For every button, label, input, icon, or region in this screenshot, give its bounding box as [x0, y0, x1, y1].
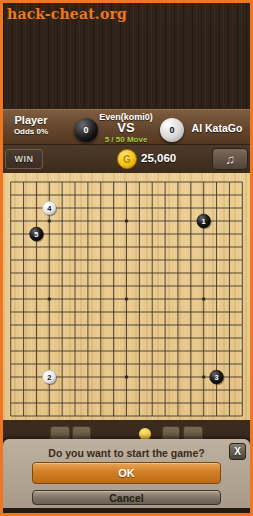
go-board[interactable]: 12345	[3, 173, 250, 420]
svg-text:3: 3	[214, 373, 218, 382]
match-info-bar: Player Odds 0% 0 Even(komi0) VS 5 / 50 M…	[3, 109, 250, 145]
go-board-grid[interactable]: 12345	[3, 173, 250, 420]
toolbar-button-2[interactable]	[72, 426, 91, 439]
toolbar-button-3[interactable]	[162, 426, 180, 439]
stone-3-black: 3	[210, 370, 225, 385]
bottom-toolbar	[3, 420, 250, 439]
coin-balance: 25,060	[141, 152, 176, 164]
white-captures-stone: 0	[160, 118, 184, 142]
hud-bar: WIN G 25,060 ♫	[3, 145, 250, 173]
svg-text:1: 1	[202, 217, 206, 226]
coin-icon: G	[117, 149, 137, 169]
music-button[interactable]: ♫	[212, 148, 248, 170]
dialog-title: Do you want to start the game?	[3, 447, 250, 459]
close-icon: X	[234, 446, 241, 457]
music-note-icon: ♫	[225, 152, 235, 167]
stone-5-black: 5	[30, 227, 45, 242]
stone-2-white: 2	[42, 370, 57, 385]
bottom-edge	[3, 508, 250, 513]
left-player: Player Odds 0%	[3, 114, 59, 136]
right-player-name: AI KataGo	[186, 122, 248, 134]
svg-text:5: 5	[34, 230, 38, 239]
svg-text:2: 2	[47, 373, 51, 382]
start-game-dialog: Do you want to start the game? X OK Canc…	[3, 439, 250, 508]
left-player-name: Player	[3, 114, 59, 126]
left-player-odds: Odds 0%	[3, 127, 59, 136]
white-captures-count: 0	[169, 125, 174, 135]
app-window: hack-cheat.org Player Odds 0% 0 Even(kom…	[0, 0, 253, 516]
toolbar-button-1[interactable]	[50, 426, 70, 439]
toolbar-button-4[interactable]	[183, 426, 203, 439]
stone-1-black: 1	[197, 214, 212, 229]
win-button[interactable]: WIN	[5, 149, 43, 169]
dialog-close-button[interactable]: X	[229, 443, 246, 460]
ok-button[interactable]: OK	[32, 462, 221, 484]
site-banner: hack-cheat.org	[7, 6, 127, 22]
cancel-button[interactable]: Cancel	[32, 490, 221, 505]
stone-4-white: 4	[42, 201, 57, 216]
